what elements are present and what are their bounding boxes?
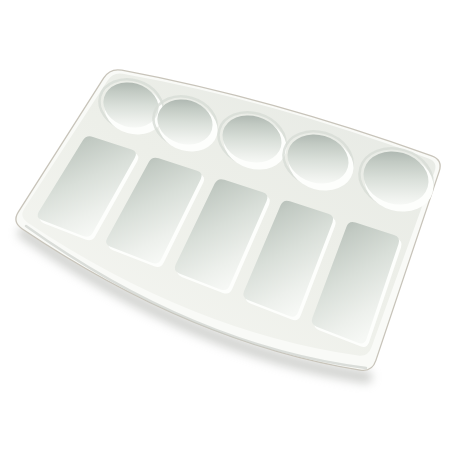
palette-photo-canvas (0, 0, 452, 452)
product-photo (0, 0, 452, 452)
